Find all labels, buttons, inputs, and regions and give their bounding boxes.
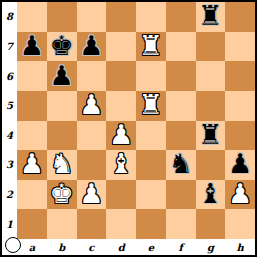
square-d4[interactable]: ♟ <box>106 121 136 151</box>
square-d8[interactable] <box>106 2 136 32</box>
square-e5[interactable]: ♜ <box>136 91 166 121</box>
piece-white-king[interactable]: ♚ <box>50 180 74 207</box>
square-e6[interactable] <box>136 61 166 91</box>
square-g6[interactable] <box>196 61 226 91</box>
piece-white-pawn[interactable]: ♟ <box>20 150 44 177</box>
file-label-g: g <box>196 239 226 255</box>
turn-indicator-white-to-move <box>5 237 21 253</box>
square-b1[interactable] <box>47 209 77 239</box>
square-e1[interactable] <box>136 209 166 239</box>
square-b8[interactable] <box>47 2 77 32</box>
file-label-c: c <box>77 239 107 255</box>
piece-white-pawn[interactable]: ♟ <box>79 180 103 207</box>
rank-label-7: 7 <box>2 32 17 62</box>
rank-label-4: 4 <box>2 121 17 151</box>
square-c5[interactable]: ♟ <box>77 91 107 121</box>
piece-black-pawn[interactable]: ♟ <box>79 32 103 59</box>
square-e2[interactable] <box>136 180 166 210</box>
square-b5[interactable] <box>47 91 77 121</box>
rank-label-1: 1 <box>2 209 17 239</box>
square-a3[interactable]: ♟ <box>17 150 47 180</box>
square-c3[interactable] <box>77 150 107 180</box>
square-c1[interactable] <box>77 209 107 239</box>
square-d5[interactable] <box>106 91 136 121</box>
piece-black-king[interactable]: ♚ <box>50 32 74 59</box>
square-b2[interactable]: ♚ <box>47 180 77 210</box>
square-b7[interactable]: ♚ <box>47 32 77 62</box>
square-c4[interactable] <box>77 121 107 151</box>
piece-black-pawn[interactable]: ♟ <box>50 62 74 89</box>
square-h2[interactable]: ♟ <box>225 180 255 210</box>
square-a2[interactable] <box>17 180 47 210</box>
chess-board-panel: 87654321 ♜♟♚♟♜♟♟♜♟♜♟♞♝♞♟♚♟♝♟ abcdefgh <box>0 0 257 257</box>
file-label-h: h <box>225 239 255 255</box>
square-h1[interactable] <box>225 209 255 239</box>
square-f8[interactable] <box>166 2 196 32</box>
piece-black-rook[interactable]: ♜ <box>198 121 222 148</box>
square-g2[interactable]: ♝ <box>196 180 226 210</box>
square-a7[interactable]: ♟ <box>17 32 47 62</box>
square-h8[interactable] <box>225 2 255 32</box>
square-d2[interactable] <box>106 180 136 210</box>
square-f7[interactable] <box>166 32 196 62</box>
square-e4[interactable] <box>136 121 166 151</box>
rank-label-2: 2 <box>2 180 17 210</box>
square-a4[interactable] <box>17 121 47 151</box>
piece-black-bishop[interactable]: ♝ <box>198 180 222 207</box>
square-h3[interactable]: ♟ <box>225 150 255 180</box>
piece-black-pawn[interactable]: ♟ <box>228 150 252 177</box>
file-labels: abcdefgh <box>17 239 255 255</box>
square-g4[interactable]: ♜ <box>196 121 226 151</box>
piece-white-knight[interactable]: ♞ <box>50 150 74 177</box>
square-g8[interactable]: ♜ <box>196 2 226 32</box>
square-b3[interactable]: ♞ <box>47 150 77 180</box>
square-d7[interactable] <box>106 32 136 62</box>
rank-label-8: 8 <box>2 2 17 32</box>
file-label-d: d <box>106 239 136 255</box>
piece-white-rook[interactable]: ♜ <box>139 32 163 59</box>
square-f5[interactable] <box>166 91 196 121</box>
square-e7[interactable]: ♜ <box>136 32 166 62</box>
rank-label-5: 5 <box>2 91 17 121</box>
square-g7[interactable] <box>196 32 226 62</box>
square-c6[interactable] <box>77 61 107 91</box>
square-d6[interactable] <box>106 61 136 91</box>
file-label-b: b <box>47 239 77 255</box>
piece-white-pawn[interactable]: ♟ <box>228 180 252 207</box>
square-d1[interactable] <box>106 209 136 239</box>
square-a5[interactable] <box>17 91 47 121</box>
square-b6[interactable]: ♟ <box>47 61 77 91</box>
file-label-e: e <box>136 239 166 255</box>
square-h7[interactable] <box>225 32 255 62</box>
square-b4[interactable] <box>47 121 77 151</box>
file-label-a: a <box>17 239 47 255</box>
square-e3[interactable] <box>136 150 166 180</box>
piece-white-pawn[interactable]: ♟ <box>109 121 133 148</box>
square-a1[interactable] <box>17 209 47 239</box>
square-f4[interactable] <box>166 121 196 151</box>
square-f6[interactable] <box>166 61 196 91</box>
rank-label-3: 3 <box>2 150 17 180</box>
square-f1[interactable] <box>166 209 196 239</box>
piece-white-rook[interactable]: ♜ <box>139 91 163 118</box>
square-c2[interactable]: ♟ <box>77 180 107 210</box>
square-g3[interactable] <box>196 150 226 180</box>
square-d3[interactable]: ♝ <box>106 150 136 180</box>
square-g5[interactable] <box>196 91 226 121</box>
piece-white-bishop[interactable]: ♝ <box>109 150 133 177</box>
file-label-f: f <box>166 239 196 255</box>
square-g1[interactable] <box>196 209 226 239</box>
square-c8[interactable] <box>77 2 107 32</box>
rank-label-6: 6 <box>2 61 17 91</box>
rank-labels: 87654321 <box>2 2 17 239</box>
piece-black-knight[interactable]: ♞ <box>169 150 193 177</box>
square-a6[interactable] <box>17 61 47 91</box>
square-c7[interactable]: ♟ <box>77 32 107 62</box>
square-e8[interactable] <box>136 2 166 32</box>
square-h6[interactable] <box>225 61 255 91</box>
piece-white-pawn[interactable]: ♟ <box>79 91 103 118</box>
square-h5[interactable] <box>225 91 255 121</box>
chess-board: ♜♟♚♟♜♟♟♜♟♜♟♞♝♞♟♚♟♝♟ <box>17 2 255 239</box>
square-a8[interactable] <box>17 2 47 32</box>
piece-black-rook[interactable]: ♜ <box>198 2 222 29</box>
square-f3[interactable]: ♞ <box>166 150 196 180</box>
square-h4[interactable] <box>225 121 255 151</box>
square-f2[interactable] <box>166 180 196 210</box>
piece-black-pawn[interactable]: ♟ <box>20 32 44 59</box>
